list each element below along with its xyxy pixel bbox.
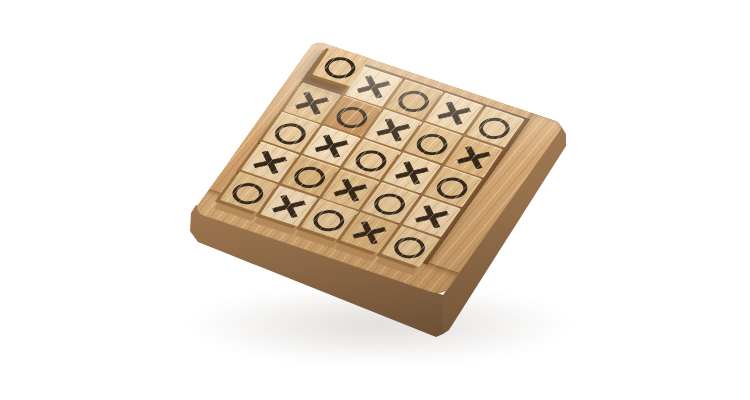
product-photo-stage: ○×○×○×○×○×○×○×○×○×○×○×○×○ [0, 0, 750, 400]
